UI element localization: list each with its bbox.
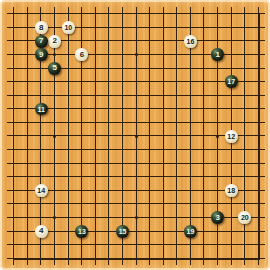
stone-white-6: 6 (75, 48, 88, 61)
board-intersection: 2 (48, 34, 62, 48)
stone-move-number: 15 (119, 228, 127, 235)
star-point (135, 216, 138, 219)
star-point (135, 135, 138, 138)
board-intersection: 15 (116, 224, 130, 238)
stone-black-3: 3 (211, 211, 224, 224)
star-point-cell (48, 129, 62, 143)
stone-move-number: 18 (227, 187, 235, 194)
stone-black-9: 9 (35, 48, 48, 61)
stone-move-number: 13 (78, 228, 86, 235)
board-intersection: 14 (34, 184, 48, 198)
board-intersection: 13 (75, 224, 89, 238)
board-intersection: 10 (62, 21, 76, 35)
stone-move-number: 14 (37, 187, 45, 194)
stone-white-8: 8 (35, 21, 48, 34)
star-point (53, 53, 56, 56)
star-point (53, 135, 56, 138)
board-intersection: 17 (224, 75, 238, 89)
board-intersection: 8 (34, 21, 48, 35)
board-intersection: 9 (34, 48, 48, 62)
stone-move-number: 10 (64, 24, 72, 31)
stone-white-14: 14 (35, 184, 48, 197)
board-intersection: 20 (238, 211, 252, 225)
star-point-cell (48, 211, 62, 225)
star-point-cell (129, 48, 143, 62)
stone-move-number: 19 (187, 228, 195, 235)
board-intersection: 11 (34, 102, 48, 116)
stone-move-number: 5 (53, 64, 57, 72)
star-point (53, 216, 56, 219)
board-grid-lines: 1234567891011121314151617181920 (7, 7, 265, 265)
stone-move-number: 1 (215, 51, 219, 59)
stone-move-number: 8 (39, 23, 43, 31)
stone-black-17: 17 (225, 75, 238, 88)
stone-move-number: 7 (39, 37, 43, 45)
board-intersection: 6 (75, 48, 89, 62)
stone-white-20: 20 (238, 211, 251, 224)
stone-black-19: 19 (184, 225, 197, 238)
stone-white-10: 10 (62, 21, 75, 34)
stone-move-number: 2 (53, 37, 57, 45)
board-intersection: 19 (184, 224, 198, 238)
stone-move-number: 6 (80, 51, 84, 59)
stone-move-number: 12 (227, 132, 235, 139)
board-intersection: 16 (184, 34, 198, 48)
stone-white-2: 2 (48, 35, 61, 48)
board-intersection: 12 (224, 129, 238, 143)
stone-black-15: 15 (116, 225, 129, 238)
stone-black-1: 1 (211, 48, 224, 61)
star-point-cell (48, 48, 62, 62)
star-point (216, 135, 219, 138)
stone-black-5: 5 (48, 62, 61, 75)
board-intersection: 3 (211, 211, 225, 225)
board-intersection: 18 (224, 184, 238, 198)
stone-black-11: 11 (35, 103, 48, 116)
stone-black-7: 7 (35, 35, 48, 48)
board-intersection: 4 (34, 224, 48, 238)
star-point (135, 53, 138, 56)
stone-white-18: 18 (225, 184, 238, 197)
stone-move-number: 16 (187, 37, 195, 44)
board-intersection: 5 (48, 62, 62, 76)
stone-black-13: 13 (75, 225, 88, 238)
stone-white-16: 16 (184, 35, 197, 48)
stone-white-12: 12 (225, 130, 238, 143)
stone-move-number: 11 (37, 105, 44, 112)
star-point-cell (129, 211, 143, 225)
stone-move-number: 17 (227, 78, 235, 85)
stone-move-number: 4 (39, 227, 43, 235)
star-point-cell (129, 129, 143, 143)
go-board[interactable]: 1234567891011121314151617181920 (0, 0, 270, 270)
board-intersection: 1 (211, 48, 225, 62)
stone-move-number: 20 (241, 214, 249, 221)
stone-move-number: 9 (39, 51, 43, 59)
board-intersection: 7 (34, 34, 48, 48)
stone-move-number: 3 (215, 213, 219, 221)
star-point-cell (211, 129, 225, 143)
stone-white-4: 4 (35, 225, 48, 238)
